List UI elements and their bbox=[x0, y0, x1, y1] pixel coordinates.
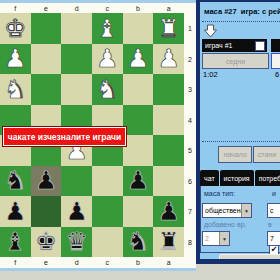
square-f7[interactable]: ♟ bbox=[0, 196, 31, 227]
file-label-f: f bbox=[14, 259, 16, 266]
right-option-value-1: с bbox=[270, 207, 274, 214]
rank-label-3: 3 bbox=[188, 86, 192, 93]
file-label-d: d bbox=[75, 5, 79, 12]
rank-label-4: 4 bbox=[188, 117, 192, 124]
table-number: маса #27 bbox=[204, 7, 237, 16]
file-label-e: e bbox=[44, 5, 48, 12]
piece-black-knight: ♞ bbox=[127, 229, 149, 254]
file-label-b: b bbox=[136, 5, 140, 12]
right-option-label-1: и bbox=[272, 190, 276, 197]
square-b2[interactable]: ♟ bbox=[123, 44, 154, 75]
piece-white-pawn: ♟ bbox=[96, 46, 118, 71]
table-title: маса #27 игра: с рейтинг bbox=[204, 7, 280, 16]
rank-label-5: 5 bbox=[188, 147, 192, 154]
separator bbox=[202, 21, 280, 22]
added-time-label: добавено вр. bbox=[204, 221, 247, 228]
square-a1[interactable]: ♜ bbox=[153, 13, 184, 44]
square-d2[interactable] bbox=[61, 44, 92, 75]
piece-white-rook: ♜ bbox=[157, 16, 179, 41]
square-b1[interactable] bbox=[123, 13, 154, 44]
square-a7[interactable]: ♟ bbox=[153, 196, 184, 227]
square-a8[interactable]: ♜ bbox=[153, 227, 184, 258]
square-e1[interactable] bbox=[31, 13, 62, 44]
rank-label-7: 7 bbox=[188, 208, 192, 215]
player2-bar bbox=[271, 39, 280, 52]
player1-name: играч #1 bbox=[202, 42, 232, 49]
square-b5[interactable] bbox=[123, 135, 154, 166]
piece-black-pawn: ♟ bbox=[157, 199, 179, 224]
player1-checkbox[interactable] bbox=[255, 41, 265, 51]
panel-bottom-border bbox=[196, 259, 280, 264]
square-b8[interactable]: ♞ bbox=[123, 227, 154, 258]
square-b3[interactable] bbox=[123, 74, 154, 105]
piece-black-bishop: ♝ bbox=[4, 229, 26, 254]
piece-black-queen: ♛ bbox=[65, 229, 87, 254]
square-b6[interactable]: ♟ bbox=[123, 166, 154, 197]
square-f6[interactable]: ♞ bbox=[0, 166, 31, 197]
piece-white-pawn: ♟ bbox=[157, 46, 179, 71]
square-c7[interactable] bbox=[92, 196, 123, 227]
board-window-bottom-border bbox=[0, 268, 196, 271]
square-f2[interactable]: ♟ bbox=[0, 44, 31, 75]
player1-clock: 1:02 bbox=[203, 70, 218, 79]
piece-white-king: ♚ bbox=[4, 16, 26, 41]
piece-black-king: ♚ bbox=[35, 229, 57, 254]
file-labels-top: fedcba bbox=[0, 3, 196, 13]
rank-label-8: 8 bbox=[188, 239, 192, 246]
tab-bar: чатисторияпотребители bbox=[200, 170, 280, 186]
square-d8[interactable]: ♛ bbox=[61, 227, 92, 258]
file-label-d: d bbox=[75, 259, 79, 266]
piece-black-pawn: ♟ bbox=[127, 168, 149, 193]
right-option-select-1[interactable]: с bbox=[267, 203, 280, 218]
square-e6[interactable]: ♟ bbox=[31, 166, 62, 197]
tab-history[interactable]: история bbox=[220, 170, 254, 186]
player1-sit-button[interactable]: седни bbox=[202, 53, 269, 69]
dropdown-arrow-icon[interactable]: ▼ bbox=[241, 204, 251, 217]
file-label-a: a bbox=[167, 5, 171, 12]
file-labels-bottom: fedcba bbox=[0, 257, 196, 268]
tab-users[interactable]: потребители bbox=[255, 170, 280, 186]
right-option-label-2: в bbox=[268, 221, 272, 228]
right-option-select-2[interactable]: 7 bbox=[267, 231, 280, 246]
square-a2[interactable]: ♟ bbox=[153, 44, 184, 75]
piece-white-bishop: ♝ bbox=[96, 16, 118, 41]
file-label-a: a bbox=[167, 259, 171, 266]
piece-black-pawn: ♟ bbox=[4, 199, 26, 224]
rank-label-6: 6 bbox=[188, 178, 192, 185]
file-label-c: c bbox=[106, 5, 110, 12]
square-f1[interactable]: ♚ bbox=[0, 13, 31, 44]
square-f3[interactable]: ♞ bbox=[0, 74, 31, 105]
square-b7[interactable] bbox=[123, 196, 154, 227]
square-e7[interactable] bbox=[31, 196, 62, 227]
square-e8[interactable]: ♚ bbox=[31, 227, 62, 258]
rank-labels-right: 12345678 bbox=[184, 13, 196, 257]
file-label-f: f bbox=[14, 5, 16, 12]
table-control-panel: маса #27 игра: с рейтинг играч #1 седни … bbox=[200, 0, 280, 261]
square-d6[interactable] bbox=[61, 166, 92, 197]
right-option-value-2: 7 bbox=[270, 235, 274, 242]
square-d3[interactable] bbox=[61, 74, 92, 105]
file-label-e: e bbox=[44, 259, 48, 266]
square-c3[interactable]: ♞ bbox=[92, 74, 123, 105]
player1-bar: играч #1 bbox=[202, 39, 267, 52]
player2-sit-button[interactable]: 5 bbox=[271, 53, 280, 69]
waiting-banner-text: чакате изчезналите играчи bbox=[8, 132, 121, 142]
table-type-value: обществена bbox=[205, 207, 244, 214]
table-type-label: маса тип: bbox=[204, 190, 235, 197]
piece-white-pawn: ♟ bbox=[4, 46, 26, 71]
piece-black-knight: ♞ bbox=[4, 168, 26, 193]
start-button[interactable]: начало bbox=[218, 146, 252, 163]
tab-chat[interactable]: чат bbox=[200, 170, 219, 186]
game-mode: игра: с рейтинг bbox=[241, 7, 280, 16]
added-time-value: 2 bbox=[205, 235, 209, 242]
square-a6[interactable] bbox=[153, 166, 184, 197]
player2-clock: 6 bbox=[275, 70, 279, 79]
square-c2[interactable]: ♟ bbox=[92, 44, 123, 75]
square-b4[interactable] bbox=[123, 105, 154, 136]
piece-black-pawn: ♟ bbox=[35, 168, 57, 193]
square-f8[interactable]: ♝ bbox=[0, 227, 31, 258]
square-e3[interactable] bbox=[31, 74, 62, 105]
square-a3[interactable] bbox=[153, 74, 184, 105]
file-label-c: c bbox=[106, 259, 110, 266]
added-time-select[interactable]: 2 ▼ bbox=[202, 231, 230, 246]
square-a5[interactable] bbox=[153, 135, 184, 166]
rank-label-1: 1 bbox=[188, 25, 192, 32]
square-c1[interactable]: ♝ bbox=[92, 13, 123, 44]
square-c8[interactable] bbox=[92, 227, 123, 258]
separator bbox=[202, 141, 280, 142]
square-d1[interactable] bbox=[61, 13, 92, 44]
piece-white-knight: ♞ bbox=[96, 77, 118, 102]
dropdown-arrow-icon[interactable]: ▼ bbox=[219, 232, 229, 245]
table-type-select[interactable]: обществена ▼ bbox=[202, 203, 252, 218]
waiting-banner: чакате изчезналите играчи bbox=[3, 127, 126, 146]
square-c6[interactable] bbox=[92, 166, 123, 197]
piece-black-rook: ♜ bbox=[157, 229, 179, 254]
playok-chess-table-window: fedcba 12345678 fedcba ♚♝♜♟♟♟♟♞♞♟♞♟♟♟♟♟♝… bbox=[0, 0, 280, 280]
square-d7[interactable]: ♟ bbox=[61, 196, 92, 227]
rank-label-2: 2 bbox=[188, 56, 192, 63]
file-label-b: b bbox=[136, 259, 140, 266]
piece-black-pawn: ♟ bbox=[65, 199, 87, 224]
stand-up-button[interactable]: стани bbox=[253, 146, 280, 163]
square-e2[interactable] bbox=[31, 44, 62, 75]
square-a4[interactable] bbox=[153, 105, 184, 136]
piece-white-knight: ♞ bbox=[4, 77, 26, 102]
piece-white-pawn: ♟ bbox=[127, 46, 149, 71]
